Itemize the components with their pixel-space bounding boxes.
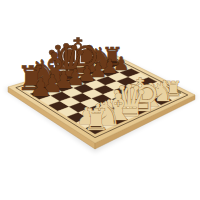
piece-black-pawn-a7: ♟ bbox=[29, 73, 52, 102]
chess-board: ♜♞♟♝♟♚♟♛♟♝♟♞♟♜♟♟♟♜♟♟♞♟♝♟♚♟♛♟♝♟♞♜ bbox=[0, 0, 200, 200]
chess-set-product-photo: ♜♞♟♝♟♚♟♛♟♝♟♞♟♜♟♟♟♜♟♟♞♟♝♟♚♟♛♟♝♟♞♜ bbox=[0, 0, 200, 200]
piece-white-rook-a1: ♜ bbox=[83, 103, 110, 137]
